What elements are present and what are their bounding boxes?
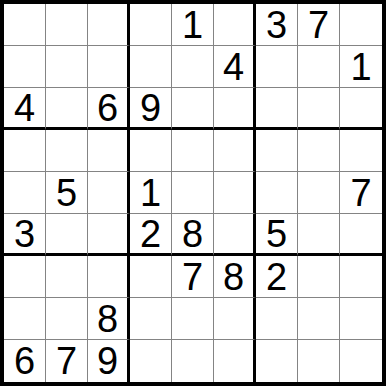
cell-r5c9[interactable]: 7: [340, 172, 382, 214]
cell-r8c7[interactable]: [256, 298, 298, 340]
cell-r6c3[interactable]: [88, 214, 130, 256]
cell-r6c7[interactable]: 5: [256, 214, 298, 256]
cell-r1c4[interactable]: [130, 4, 172, 46]
cell-r8c5[interactable]: [172, 298, 214, 340]
cell-r6c6[interactable]: [214, 214, 256, 256]
cell-r3c1[interactable]: 4: [4, 88, 46, 130]
cell-r4c4[interactable]: [130, 130, 172, 172]
cell-r3c5[interactable]: [172, 88, 214, 130]
cell-r4c6[interactable]: [214, 130, 256, 172]
sudoku-puzzle: 1374146951732857828679: [0, 0, 387, 387]
sudoku-board: 1374146951732857828679: [0, 0, 386, 386]
cell-r5c5[interactable]: [172, 172, 214, 214]
cell-r2c2[interactable]: [46, 46, 88, 88]
cell-r7c6[interactable]: 8: [214, 256, 256, 298]
cell-r8c4[interactable]: [130, 298, 172, 340]
given-digit: 5: [56, 174, 77, 212]
cell-r2c3[interactable]: [88, 46, 130, 88]
given-digit: 9: [97, 342, 118, 380]
given-digit: 5: [266, 215, 287, 253]
cell-r4c9[interactable]: [340, 130, 382, 172]
cell-r1c1[interactable]: [4, 4, 46, 46]
cell-r3c9[interactable]: [340, 88, 382, 130]
cell-r7c3[interactable]: [88, 256, 130, 298]
cell-r2c7[interactable]: [256, 46, 298, 88]
cell-r8c1[interactable]: [4, 298, 46, 340]
given-digit: 1: [350, 48, 371, 86]
given-digit: 7: [308, 6, 329, 44]
cell-r9c9[interactable]: [340, 340, 382, 382]
cell-r9c4[interactable]: [130, 340, 172, 382]
cell-r6c2[interactable]: [46, 214, 88, 256]
cell-r2c6[interactable]: 4: [214, 46, 256, 88]
given-digit: 8: [223, 258, 244, 296]
cell-r9c5[interactable]: [172, 340, 214, 382]
cell-r9c3[interactable]: 9: [88, 340, 130, 382]
cell-r2c1[interactable]: [4, 46, 46, 88]
given-digit: 6: [14, 342, 35, 380]
given-digit: 7: [56, 342, 77, 380]
cell-r8c3[interactable]: 8: [88, 298, 130, 340]
given-digit: 3: [14, 215, 35, 253]
cell-r6c5[interactable]: 8: [172, 214, 214, 256]
given-digit: 2: [266, 258, 287, 296]
cell-r8c9[interactable]: [340, 298, 382, 340]
cell-r7c2[interactable]: [46, 256, 88, 298]
cell-r3c7[interactable]: [256, 88, 298, 130]
given-digit: 4: [223, 48, 244, 86]
cell-r7c7[interactable]: 2: [256, 256, 298, 298]
given-digit: 9: [140, 89, 161, 127]
cell-r4c7[interactable]: [256, 130, 298, 172]
given-digit: 1: [140, 174, 161, 212]
cell-r4c5[interactable]: [172, 130, 214, 172]
cell-r3c3[interactable]: 6: [88, 88, 130, 130]
cell-r8c8[interactable]: [298, 298, 340, 340]
cell-r5c1[interactable]: [4, 172, 46, 214]
cell-r7c1[interactable]: [4, 256, 46, 298]
cell-r5c3[interactable]: [88, 172, 130, 214]
cell-r4c1[interactable]: [4, 130, 46, 172]
cell-r7c4[interactable]: [130, 256, 172, 298]
cell-r9c2[interactable]: 7: [46, 340, 88, 382]
cell-r1c3[interactable]: [88, 4, 130, 46]
cell-r1c6[interactable]: [214, 4, 256, 46]
cell-r1c5[interactable]: 1: [172, 4, 214, 46]
given-digit: 6: [97, 89, 118, 127]
cell-r4c2[interactable]: [46, 130, 88, 172]
cell-r9c7[interactable]: [256, 340, 298, 382]
given-digit: 7: [182, 258, 203, 296]
cell-r2c4[interactable]: [130, 46, 172, 88]
cell-r9c1[interactable]: 6: [4, 340, 46, 382]
given-digit: 8: [97, 300, 118, 338]
cell-r1c9[interactable]: [340, 4, 382, 46]
given-digit: 4: [14, 89, 35, 127]
cell-r6c1[interactable]: 3: [4, 214, 46, 256]
cell-r4c3[interactable]: [88, 130, 130, 172]
given-digit: 2: [140, 215, 161, 253]
cell-r5c6[interactable]: [214, 172, 256, 214]
cell-r2c9[interactable]: 1: [340, 46, 382, 88]
cell-r8c6[interactable]: [214, 298, 256, 340]
cell-r7c9[interactable]: [340, 256, 382, 298]
cell-r5c7[interactable]: [256, 172, 298, 214]
cell-r3c2[interactable]: [46, 88, 88, 130]
cell-r2c8[interactable]: [298, 46, 340, 88]
cell-r6c9[interactable]: [340, 214, 382, 256]
cell-r9c8[interactable]: [298, 340, 340, 382]
cell-r9c6[interactable]: [214, 340, 256, 382]
given-digit: 8: [182, 215, 203, 253]
cell-r5c2[interactable]: 5: [46, 172, 88, 214]
cell-r5c4[interactable]: 1: [130, 172, 172, 214]
given-digit: 7: [350, 174, 371, 212]
cell-r2c5[interactable]: [172, 46, 214, 88]
cell-r5c8[interactable]: [298, 172, 340, 214]
cell-r6c8[interactable]: [298, 214, 340, 256]
given-digit: 1: [182, 6, 203, 44]
cell-r3c8[interactable]: [298, 88, 340, 130]
cell-r1c2[interactable]: [46, 4, 88, 46]
cell-r3c6[interactable]: [214, 88, 256, 130]
cell-r3c4[interactable]: 9: [130, 88, 172, 130]
given-digit: 3: [266, 6, 287, 44]
cell-r7c5[interactable]: 7: [172, 256, 214, 298]
cell-r6c4[interactable]: 2: [130, 214, 172, 256]
cell-r1c7[interactable]: 3: [256, 4, 298, 46]
cell-r4c8[interactable]: [298, 130, 340, 172]
cell-r7c8[interactable]: [298, 256, 340, 298]
cell-r8c2[interactable]: [46, 298, 88, 340]
cell-r1c8[interactable]: 7: [298, 4, 340, 46]
